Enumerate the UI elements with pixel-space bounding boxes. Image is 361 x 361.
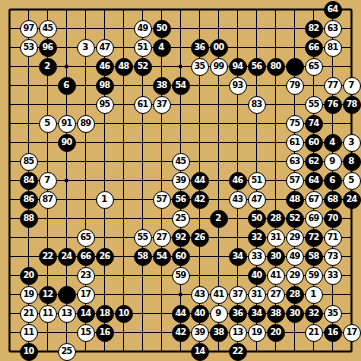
white-stone-17: 17	[77, 286, 95, 304]
white-stone-35: 35	[324, 305, 342, 323]
white-stone-49: 49	[286, 248, 304, 266]
white-stone-89: 89	[77, 115, 95, 133]
black-stone-86: 86	[20, 191, 38, 209]
black-stone-94: 94	[229, 58, 247, 76]
white-stone-1: 1	[305, 286, 323, 304]
black-stone-54: 54	[172, 77, 190, 95]
white-stone-7: 7	[39, 172, 57, 190]
black-stone-24: 24	[58, 248, 76, 266]
white-stone-3: 3	[343, 134, 361, 152]
white-stone-21: 21	[305, 324, 323, 342]
black-stone-90: 90	[58, 134, 76, 152]
white-stone-7: 7	[343, 77, 361, 95]
black-stone-16: 16	[324, 324, 342, 342]
white-stone-35: 35	[191, 58, 209, 76]
black-stone-36: 36	[229, 305, 247, 323]
white-stone-27: 27	[267, 286, 285, 304]
white-stone-95: 95	[96, 96, 114, 114]
black-stone-28: 28	[286, 286, 304, 304]
black-stone-68: 68	[324, 191, 342, 209]
black-stone-44: 44	[191, 172, 209, 190]
white-stone-61: 61	[134, 96, 152, 114]
white-stone-49: 49	[134, 20, 152, 38]
white-stone-9: 9	[324, 153, 342, 171]
white-stone-43: 43	[229, 191, 247, 209]
black-stone-42: 42	[191, 191, 209, 209]
black-stone-18: 18	[96, 305, 114, 323]
white-stone-15: 15	[77, 324, 95, 342]
black-stone-64: 64	[324, 1, 342, 19]
black-stone-52: 52	[134, 58, 152, 76]
white-stone-65: 65	[77, 229, 95, 247]
black-stone-32: 32	[305, 305, 323, 323]
white-stone-63: 63	[324, 20, 342, 38]
white-stone-19: 19	[20, 286, 38, 304]
white-stone-51: 51	[134, 39, 152, 57]
black-stone-22: 22	[229, 343, 247, 361]
white-stone-29: 29	[286, 267, 304, 285]
black-stone-88: 88	[20, 210, 38, 228]
black-stone-92: 92	[172, 229, 190, 247]
black-stone-80: 80	[267, 58, 285, 76]
white-stone-59: 59	[172, 267, 190, 285]
black-stone-2: 2	[39, 58, 57, 76]
black-stone-10: 10	[20, 343, 38, 361]
black-stone-56: 56	[248, 58, 266, 76]
black-stone-52: 52	[286, 210, 304, 228]
black-stone-14: 14	[191, 343, 209, 361]
black-stone-4: 4	[324, 134, 342, 152]
black-stone-10: 10	[115, 305, 133, 323]
black-stone-14: 14	[77, 305, 95, 323]
white-stone-17: 17	[343, 324, 361, 342]
black-stone-16: 16	[96, 324, 114, 342]
black-stone-78: 78	[343, 96, 361, 114]
black-stone-58: 58	[134, 248, 152, 266]
black-stone-60: 60	[305, 134, 323, 152]
white-stone-93: 93	[229, 77, 247, 95]
white-stone-79: 79	[286, 77, 304, 95]
white-stone-75: 75	[286, 115, 304, 133]
white-stone-11: 11	[20, 324, 38, 342]
black-stone-12: 12	[39, 286, 57, 304]
black-stone-20: 20	[267, 324, 285, 342]
black-stone-38: 38	[210, 324, 228, 342]
white-stone-51: 51	[248, 172, 266, 190]
black-stone-38: 38	[153, 77, 171, 95]
black-stone-82: 82	[305, 20, 323, 38]
white-stone-47: 47	[96, 39, 114, 57]
white-stone-59: 59	[305, 267, 323, 285]
black-stone-6: 6	[58, 77, 76, 95]
black-stone-30: 30	[267, 248, 285, 266]
black-stone-50: 50	[153, 20, 171, 38]
black-stone-56: 56	[172, 191, 190, 209]
white-stone-21: 21	[20, 305, 38, 323]
white-stone-37: 37	[229, 286, 247, 304]
black-stone-36: 36	[191, 39, 209, 57]
white-stone-27: 27	[153, 229, 171, 247]
black-stone-24: 24	[343, 191, 361, 209]
white-stone-57: 57	[286, 172, 304, 190]
black-stone-54: 54	[153, 248, 171, 266]
white-stone-11: 11	[39, 305, 57, 323]
white-stone-45: 45	[172, 153, 190, 171]
white-stone-63: 63	[286, 153, 304, 171]
black-stone-48: 48	[115, 58, 133, 76]
white-stone-19: 19	[248, 324, 266, 342]
white-stone-99: 99	[210, 58, 228, 76]
black-stone-62: 62	[305, 153, 323, 171]
black-stone-26: 26	[96, 248, 114, 266]
white-stone-55: 55	[134, 229, 152, 247]
black-stone-22: 22	[39, 248, 57, 266]
black-stone-50: 50	[248, 210, 266, 228]
black-stone-38: 38	[267, 305, 285, 323]
stones-layer: 6497454950826353963475143600668124648523…	[0, 0, 361, 361]
black-stone-34: 34	[248, 305, 266, 323]
black-stone-70: 70	[324, 210, 342, 228]
black-stone-66: 66	[77, 248, 95, 266]
black-stone-66: 66	[305, 39, 323, 57]
white-stone-5: 5	[39, 115, 57, 133]
black-stone-26: 26	[191, 229, 209, 247]
black-stone-72: 72	[305, 229, 323, 247]
white-stone-73: 73	[324, 248, 342, 266]
black-stone-98: 98	[96, 77, 114, 95]
black-stone-58: 58	[305, 248, 323, 266]
white-stone-41: 41	[267, 267, 285, 285]
black-stone-34: 34	[229, 248, 247, 266]
black-stone-48: 48	[286, 191, 304, 209]
white-stone-97: 97	[20, 20, 38, 38]
white-stone-33: 33	[248, 248, 266, 266]
white-stone-25: 25	[172, 210, 190, 228]
white-stone-23: 23	[77, 267, 95, 285]
white-stone-45: 45	[39, 20, 57, 38]
white-stone-67: 67	[305, 191, 323, 209]
white-stone-91: 91	[58, 115, 76, 133]
white-stone-69: 69	[305, 210, 323, 228]
black-stone-44: 44	[172, 305, 190, 323]
white-stone-47: 47	[248, 191, 266, 209]
white-stone-9: 9	[210, 305, 228, 323]
black-stone-46: 46	[229, 172, 247, 190]
white-stone-71: 71	[324, 229, 342, 247]
white-stone-83: 83	[248, 96, 266, 114]
black-stone-4: 4	[153, 39, 171, 57]
go-board: 6497454950826353963475143600668124648523…	[0, 0, 361, 361]
white-stone-33: 33	[324, 267, 342, 285]
white-stone-85: 85	[20, 153, 38, 171]
black-stone-6: 6	[324, 172, 342, 190]
white-stone-43: 43	[191, 286, 209, 304]
black-stone-42: 42	[172, 324, 190, 342]
black-stone-32: 32	[248, 229, 266, 247]
white-stone-39: 39	[191, 324, 209, 342]
white-stone-13: 13	[229, 324, 247, 342]
black-stone	[58, 286, 76, 304]
black-stone-84: 84	[20, 172, 38, 190]
white-stone-31: 31	[267, 229, 285, 247]
white-stone-25: 25	[58, 343, 76, 361]
black-stone-30: 30	[286, 305, 304, 323]
white-stone-53: 53	[20, 39, 38, 57]
white-stone-29: 29	[286, 229, 304, 247]
black-stone-76: 76	[324, 96, 342, 114]
black-stone-8: 8	[343, 153, 361, 171]
black-stone-2: 2	[210, 210, 228, 228]
white-stone-31: 31	[248, 286, 266, 304]
white-stone-1: 1	[96, 191, 114, 209]
white-stone-81: 81	[324, 39, 342, 57]
black-stone-64: 64	[305, 172, 323, 190]
white-stone-61: 61	[286, 134, 304, 152]
black-stone-40: 40	[191, 305, 209, 323]
white-stone-65: 65	[305, 58, 323, 76]
white-stone-5: 5	[343, 172, 361, 190]
black-stone-40: 40	[248, 267, 266, 285]
white-stone-41: 41	[210, 286, 228, 304]
black-stone-74: 74	[305, 115, 323, 133]
white-stone-39: 39	[172, 172, 190, 190]
black-stone-60: 60	[172, 248, 190, 266]
black-stone-20: 20	[20, 267, 38, 285]
black-stone-00: 00	[210, 39, 228, 57]
white-stone-55: 55	[305, 96, 323, 114]
white-stone-37: 37	[153, 96, 171, 114]
black-stone	[286, 58, 304, 76]
white-stone-13: 13	[58, 305, 76, 323]
white-stone-57: 57	[153, 191, 171, 209]
black-stone-96: 96	[39, 39, 57, 57]
white-stone-87: 87	[39, 191, 57, 209]
white-stone-77: 77	[324, 77, 342, 95]
black-stone-28: 28	[267, 210, 285, 228]
black-stone-46: 46	[96, 58, 114, 76]
white-stone-3: 3	[77, 39, 95, 57]
